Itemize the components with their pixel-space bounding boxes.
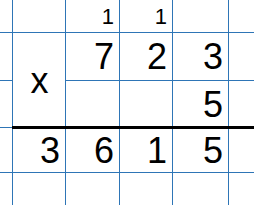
sum-line [12,126,254,129]
gridline-horizontal-mid-left-stub [0,80,13,81]
gridline-vertical-2 [65,0,66,205]
gridline-horizontal-below-product [0,172,254,173]
gridline-vertical-4 [172,0,173,205]
cell-multiplicand-ones[interactable]: 3 [173,33,229,81]
gridline-vertical-5 [228,0,229,205]
cell-product-hundreds[interactable]: 6 [66,128,120,173]
cell-product-thousands[interactable]: 3 [13,128,66,173]
gridline-vertical-3 [119,0,120,205]
cell-operator-multiply[interactable]: x [13,33,66,128]
cell-multiplicand-hundreds[interactable]: 7 [66,33,120,81]
gridline-horizontal-sum-left-stub [0,127,12,128]
multiplication-worksheet: 1 1 7 2 3 x 5 3 6 1 5 [0,0,254,205]
gridline-horizontal-mid-right [65,80,254,81]
cell-product-tens[interactable]: 1 [120,128,173,173]
gridline-horizontal-top [0,32,254,33]
cell-multiplicand-tens[interactable]: 2 [120,33,173,81]
cell-carry-hundreds[interactable]: 1 [66,0,120,33]
cell-multiplier-ones[interactable]: 5 [173,81,229,128]
cell-product-ones[interactable]: 5 [173,128,229,173]
cell-carry-tens[interactable]: 1 [120,0,173,33]
gridline-vertical-1 [12,0,13,205]
